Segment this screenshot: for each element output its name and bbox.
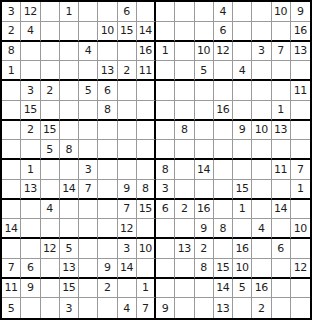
cell-r13c13[interactable]: 16: [233, 239, 252, 259]
cell-r10c11[interactable]: [195, 180, 214, 200]
cell-r9c12[interactable]: [214, 160, 233, 180]
given-digit: 14: [139, 25, 152, 36]
cell-r13c3[interactable]: 12: [41, 239, 60, 259]
cell-r3c2[interactable]: [21, 42, 40, 62]
cell-r6c15[interactable]: 1: [272, 101, 291, 121]
cell-r11c4[interactable]: [60, 200, 79, 220]
cell-r13c9[interactable]: [156, 239, 175, 259]
cell-r4c8[interactable]: 11: [137, 61, 156, 81]
cell-r10c13[interactable]: 15: [233, 180, 252, 200]
cell-r7c8[interactable]: [137, 121, 156, 141]
cell-r5c8[interactable]: [137, 81, 156, 101]
cell-r8c6[interactable]: [98, 140, 117, 160]
cell-r11c5[interactable]: [79, 200, 98, 220]
cell-r8c8[interactable]: [137, 140, 156, 160]
cell-r9c9[interactable]: 8: [156, 160, 175, 180]
cell-r14c7[interactable]: 14: [118, 259, 137, 279]
cell-r2c8[interactable]: 14: [137, 22, 156, 42]
cell-r3c6[interactable]: [98, 42, 117, 62]
given-digit: 16: [139, 45, 152, 56]
cell-r9c6[interactable]: [98, 160, 117, 180]
cell-r2c14[interactable]: [252, 22, 271, 42]
cell-r15c3[interactable]: [41, 279, 60, 299]
given-digit: 4: [27, 25, 34, 36]
cell-r5c11[interactable]: [195, 81, 214, 101]
cell-r10c10[interactable]: [175, 180, 194, 200]
cell-r3c10[interactable]: [175, 42, 194, 62]
cell-r5c12[interactable]: [214, 81, 233, 101]
cell-r2c11[interactable]: [195, 22, 214, 42]
cell-r11c2[interactable]: [21, 200, 40, 220]
cell-r12c6[interactable]: [98, 219, 117, 239]
cell-r14c12[interactable]: 15: [214, 259, 233, 279]
cell-r1c10[interactable]: [175, 2, 194, 22]
cell-r8c16[interactable]: [291, 140, 310, 160]
cell-r13c8[interactable]: 10: [137, 239, 156, 259]
cell-r9c16[interactable]: 7: [291, 160, 310, 180]
cell-r4c7[interactable]: 2: [118, 61, 137, 81]
cell-r6c7[interactable]: [118, 101, 137, 121]
cell-r1c4[interactable]: 1: [60, 2, 79, 22]
cell-r6c12[interactable]: 16: [214, 101, 233, 121]
cell-r14c8[interactable]: [137, 259, 156, 279]
cell-r16c4[interactable]: 3: [60, 298, 79, 318]
cell-r16c2[interactable]: [21, 298, 40, 318]
cell-r14c14[interactable]: [252, 259, 271, 279]
cell-r10c16[interactable]: 1: [291, 180, 310, 200]
cell-r3c5[interactable]: 4: [79, 42, 98, 62]
cell-r8c5[interactable]: [79, 140, 98, 160]
cell-r6c13[interactable]: [233, 101, 252, 121]
cell-r4c15[interactable]: [272, 61, 291, 81]
cell-r16c5[interactable]: [79, 298, 98, 318]
cell-r10c15[interactable]: [272, 180, 291, 200]
cell-r4c2[interactable]: [21, 61, 40, 81]
cell-r6c6[interactable]: 8: [98, 101, 117, 121]
cell-r16c15[interactable]: [272, 298, 291, 318]
cell-r7c7[interactable]: [118, 121, 137, 141]
given-digit: 9: [297, 6, 304, 17]
given-digit: 2: [258, 303, 265, 314]
cell-r16c14[interactable]: 2: [252, 298, 271, 318]
cell-r6c2[interactable]: 15: [21, 101, 40, 121]
cell-r6c8[interactable]: [137, 101, 156, 121]
cell-r10c7[interactable]: 9: [118, 180, 137, 200]
cell-r3c15[interactable]: 7: [272, 42, 291, 62]
cell-r3c8[interactable]: 16: [137, 42, 156, 62]
given-digit: 10: [294, 223, 307, 234]
cell-r11c1[interactable]: [2, 200, 21, 220]
cell-r2c6[interactable]: 10: [98, 22, 117, 42]
cell-r14c2[interactable]: 6: [21, 259, 40, 279]
cell-r9c5[interactable]: 3: [79, 160, 98, 180]
cell-r1c16[interactable]: 9: [291, 2, 310, 22]
cell-r11c15[interactable]: 14: [272, 200, 291, 220]
given-digit: 6: [123, 6, 130, 17]
cell-r8c14[interactable]: [252, 140, 271, 160]
given-digit: 2: [181, 203, 188, 214]
cell-r4c10[interactable]: [175, 61, 194, 81]
cell-r3c4[interactable]: [60, 42, 79, 62]
cell-r3c11[interactable]: 10: [195, 42, 214, 62]
cell-r13c1[interactable]: [2, 239, 21, 259]
given-digit: 6: [27, 262, 34, 273]
cell-r13c4[interactable]: 5: [60, 239, 79, 259]
cell-r7c16[interactable]: [291, 121, 310, 141]
cell-r9c13[interactable]: [233, 160, 252, 180]
cell-r14c16[interactable]: 12: [291, 259, 310, 279]
cell-r7c12[interactable]: [214, 121, 233, 141]
given-digit: 8: [220, 223, 227, 234]
cell-r9c10[interactable]: [175, 160, 194, 180]
cell-r5c15[interactable]: [272, 81, 291, 101]
cell-r3c16[interactable]: 13: [291, 42, 310, 62]
cell-r10c14[interactable]: [252, 180, 271, 200]
cell-r16c7[interactable]: 4: [118, 298, 137, 318]
cell-r15c8[interactable]: 1: [137, 279, 156, 299]
cell-r15c16[interactable]: [291, 279, 310, 299]
cell-r15c2[interactable]: 9: [21, 279, 40, 299]
given-digit: 15: [235, 183, 248, 194]
cell-r14c5[interactable]: [79, 259, 98, 279]
cell-r13c6[interactable]: [98, 239, 117, 259]
cell-r8c13[interactable]: [233, 140, 252, 160]
cell-r15c1[interactable]: 11: [2, 279, 21, 299]
cell-r7c14[interactable]: 10: [252, 121, 271, 141]
cell-r8c15[interactable]: [272, 140, 291, 160]
cell-r9c8[interactable]: [137, 160, 156, 180]
cell-r16c3[interactable]: [41, 298, 60, 318]
cell-r16c10[interactable]: [175, 298, 194, 318]
given-digit: 8: [8, 45, 15, 56]
cell-r14c11[interactable]: 8: [195, 259, 214, 279]
cell-r13c10[interactable]: 13: [175, 239, 194, 259]
given-digit: 13: [274, 124, 287, 135]
cell-r8c4[interactable]: 8: [60, 140, 79, 160]
cell-r9c14[interactable]: [252, 160, 271, 180]
cell-r4c14[interactable]: [252, 61, 271, 81]
cell-r6c14[interactable]: [252, 101, 271, 121]
cell-r9c7[interactable]: [118, 160, 137, 180]
given-digit: 16: [197, 203, 210, 214]
cell-r6c16[interactable]: [291, 101, 310, 121]
cell-r9c4[interactable]: [60, 160, 79, 180]
cell-r16c13[interactable]: [233, 298, 252, 318]
cell-r11c7[interactable]: 7: [118, 200, 137, 220]
cell-r15c11[interactable]: [195, 279, 214, 299]
given-digit: 5: [8, 303, 15, 314]
cell-r4c3[interactable]: [41, 61, 60, 81]
cell-r12c7[interactable]: 12: [118, 219, 137, 239]
cell-r2c16[interactable]: 16: [291, 22, 310, 42]
cell-r16c16[interactable]: [291, 298, 310, 318]
cell-r1c8[interactable]: [137, 2, 156, 22]
cell-r5c14[interactable]: [252, 81, 271, 101]
given-digit: 14: [62, 183, 75, 194]
cell-r2c12[interactable]: 6: [214, 22, 233, 42]
given-digit: 16: [255, 282, 268, 293]
cell-r16c6[interactable]: [98, 298, 117, 318]
cell-r3c12[interactable]: 12: [214, 42, 233, 62]
cell-r7c2[interactable]: 2: [21, 121, 40, 141]
cell-r16c8[interactable]: 7: [137, 298, 156, 318]
cell-r4c16[interactable]: [291, 61, 310, 81]
cell-r12c10[interactable]: [175, 219, 194, 239]
cell-r7c11[interactable]: [195, 121, 214, 141]
given-digit: 9: [123, 183, 130, 194]
cell-r2c7[interactable]: 15: [118, 22, 137, 42]
cell-r10c1[interactable]: [2, 180, 21, 200]
cell-r5c9[interactable]: [156, 81, 175, 101]
given-digit: 14: [4, 223, 17, 234]
cell-r3c9[interactable]: 1: [156, 42, 175, 62]
cell-r13c15[interactable]: 6: [272, 239, 291, 259]
cell-r12c9[interactable]: [156, 219, 175, 239]
cell-r1c15[interactable]: 10: [272, 2, 291, 22]
given-digit: 9: [27, 282, 34, 293]
cell-r8c7[interactable]: [118, 140, 137, 160]
given-digit: 2: [200, 243, 207, 254]
cell-r9c2[interactable]: 1: [21, 160, 40, 180]
cell-r9c15[interactable]: 11: [272, 160, 291, 180]
cell-r12c3[interactable]: [41, 219, 60, 239]
given-digit: 3: [85, 164, 92, 175]
cell-r11c16[interactable]: [291, 200, 310, 220]
cell-r8c1[interactable]: [2, 140, 21, 160]
cell-r10c5[interactable]: 7: [79, 180, 98, 200]
cell-r14c4[interactable]: 13: [60, 259, 79, 279]
cell-r14c10[interactable]: [175, 259, 194, 279]
cell-r8c9[interactable]: [156, 140, 175, 160]
cell-r13c12[interactable]: [214, 239, 233, 259]
cell-r8c11[interactable]: [195, 140, 214, 160]
cell-r7c3[interactable]: 15: [41, 121, 60, 141]
cell-r8c10[interactable]: [175, 140, 194, 160]
cell-r7c5[interactable]: [79, 121, 98, 141]
cell-r14c1[interactable]: 7: [2, 259, 21, 279]
cell-r2c4[interactable]: [60, 22, 79, 42]
given-digit: 5: [239, 282, 246, 293]
cell-r10c6[interactable]: [98, 180, 117, 200]
cell-r6c9[interactable]: [156, 101, 175, 121]
cell-r7c6[interactable]: [98, 121, 117, 141]
cell-r4c13[interactable]: 4: [233, 61, 252, 81]
cell-r1c13[interactable]: [233, 2, 252, 22]
cell-r9c11[interactable]: 14: [195, 160, 214, 180]
cell-r4c4[interactable]: [60, 61, 79, 81]
cell-r5c7[interactable]: [118, 81, 137, 101]
cell-r11c3[interactable]: 4: [41, 200, 60, 220]
cell-r13c14[interactable]: [252, 239, 271, 259]
cell-r1c2[interactable]: 12: [21, 2, 40, 22]
cell-r7c13[interactable]: 9: [233, 121, 252, 141]
given-digit: 2: [8, 25, 15, 36]
cell-r15c7[interactable]: [118, 279, 137, 299]
cell-r3c7[interactable]: [118, 42, 137, 62]
cell-r2c13[interactable]: [233, 22, 252, 42]
cell-r15c4[interactable]: 15: [60, 279, 79, 299]
cell-r1c7[interactable]: 6: [118, 2, 137, 22]
cell-r6c11[interactable]: [195, 101, 214, 121]
given-digit: 5: [66, 243, 73, 254]
cell-r12c13[interactable]: [233, 219, 252, 239]
cell-r13c2[interactable]: [21, 239, 40, 259]
cell-r8c2[interactable]: [21, 140, 40, 160]
cell-r13c16[interactable]: [291, 239, 310, 259]
cell-r6c5[interactable]: [79, 101, 98, 121]
given-digit: 10: [101, 25, 114, 36]
cell-r3c3[interactable]: [41, 42, 60, 62]
given-digit: 11: [139, 65, 152, 76]
cell-r15c12[interactable]: 14: [214, 279, 233, 299]
cell-r15c6[interactable]: 2: [98, 279, 117, 299]
cell-r1c3[interactable]: [41, 2, 60, 22]
given-digit: 4: [239, 65, 246, 76]
cell-r15c9[interactable]: [156, 279, 175, 299]
cell-r14c15[interactable]: [272, 259, 291, 279]
cell-r5c6[interactable]: 6: [98, 81, 117, 101]
given-digit: 2: [46, 85, 53, 96]
cell-r3c14[interactable]: 3: [252, 42, 271, 62]
cell-r11c9[interactable]: 6: [156, 200, 175, 220]
cell-r16c1[interactable]: 5: [2, 298, 21, 318]
cell-r4c1[interactable]: 1: [2, 61, 21, 81]
cell-r6c4[interactable]: [60, 101, 79, 121]
cell-r11c13[interactable]: 1: [233, 200, 252, 220]
given-digit: 9: [239, 124, 246, 135]
cell-r13c11[interactable]: 2: [195, 239, 214, 259]
cell-r4c12[interactable]: [214, 61, 233, 81]
cell-r7c10[interactable]: 8: [175, 121, 194, 141]
given-digit: 16: [235, 243, 248, 254]
cell-r2c10[interactable]: [175, 22, 194, 42]
cell-r9c1[interactable]: [2, 160, 21, 180]
given-digit: 7: [297, 164, 304, 175]
cell-r1c5[interactable]: [79, 2, 98, 22]
cell-r3c13[interactable]: [233, 42, 252, 62]
cell-r15c15[interactable]: [272, 279, 291, 299]
cell-r12c2[interactable]: [21, 219, 40, 239]
cell-r13c7[interactable]: 3: [118, 239, 137, 259]
cell-r5c4[interactable]: [60, 81, 79, 101]
cell-r15c14[interactable]: 16: [252, 279, 271, 299]
given-digit: 7: [123, 203, 130, 214]
cell-r9c3[interactable]: [41, 160, 60, 180]
cell-r5c2[interactable]: 3: [21, 81, 40, 101]
cell-r13c5[interactable]: [79, 239, 98, 259]
cell-r11c14[interactable]: [252, 200, 271, 220]
cell-r7c4[interactable]: [60, 121, 79, 141]
cell-r16c9[interactable]: 9: [156, 298, 175, 318]
cell-r12c8[interactable]: [137, 219, 156, 239]
cell-r16c12[interactable]: 13: [214, 298, 233, 318]
cell-r5c10[interactable]: [175, 81, 194, 101]
cell-r10c8[interactable]: 8: [137, 180, 156, 200]
cell-r10c2[interactable]: 13: [21, 180, 40, 200]
cell-r4c6[interactable]: 13: [98, 61, 117, 81]
cell-r11c11[interactable]: 16: [195, 200, 214, 220]
given-digit: 5: [200, 65, 207, 76]
given-digit: 1: [239, 203, 246, 214]
cell-r6c10[interactable]: [175, 101, 194, 121]
cell-r5c1[interactable]: [2, 81, 21, 101]
cell-r11c6[interactable]: [98, 200, 117, 220]
cell-r2c9[interactable]: [156, 22, 175, 42]
cell-r1c12[interactable]: 4: [214, 2, 233, 22]
given-digit: 10: [274, 6, 287, 17]
cell-r4c5[interactable]: [79, 61, 98, 81]
cell-r12c4[interactable]: [60, 219, 79, 239]
cell-r2c5[interactable]: [79, 22, 98, 42]
cell-r2c2[interactable]: 4: [21, 22, 40, 42]
cell-r11c8[interactable]: 15: [137, 200, 156, 220]
cell-r2c3[interactable]: [41, 22, 60, 42]
cell-r8c12[interactable]: [214, 140, 233, 160]
cell-r5c16[interactable]: 11: [291, 81, 310, 101]
cell-r14c3[interactable]: [41, 259, 60, 279]
cell-r11c12[interactable]: [214, 200, 233, 220]
cell-r10c4[interactable]: 14: [60, 180, 79, 200]
cell-r1c6[interactable]: [98, 2, 117, 22]
cell-r15c13[interactable]: 5: [233, 279, 252, 299]
given-digit: 1: [162, 45, 169, 56]
given-digit: 12: [294, 262, 307, 273]
cell-r8c3[interactable]: 5: [41, 140, 60, 160]
cell-r10c12[interactable]: [214, 180, 233, 200]
given-digit: 4: [46, 203, 53, 214]
cell-r12c5[interactable]: [79, 219, 98, 239]
cell-r10c3[interactable]: [41, 180, 60, 200]
cell-r7c15[interactable]: 13: [272, 121, 291, 141]
cell-r10c9[interactable]: 3: [156, 180, 175, 200]
cell-r2c1[interactable]: 2: [2, 22, 21, 42]
cell-r1c9[interactable]: [156, 2, 175, 22]
given-digit: 14: [120, 262, 133, 273]
cell-r12c12[interactable]: 8: [214, 219, 233, 239]
cell-r7c1[interactable]: [2, 121, 21, 141]
cell-r14c9[interactable]: [156, 259, 175, 279]
cell-r7c9[interactable]: [156, 121, 175, 141]
cell-r5c3[interactable]: 2: [41, 81, 60, 101]
given-digit: 2: [123, 65, 130, 76]
cell-r3c1[interactable]: 8: [2, 42, 21, 62]
cell-r2c15[interactable]: [272, 22, 291, 42]
cell-r15c5[interactable]: [79, 279, 98, 299]
cell-r1c1[interactable]: 3: [2, 2, 21, 22]
given-digit: 6: [104, 85, 111, 96]
cell-r1c11[interactable]: [195, 2, 214, 22]
cell-r12c1[interactable]: 14: [2, 219, 21, 239]
cell-r4c11[interactable]: 5: [195, 61, 214, 81]
cell-r5c13[interactable]: [233, 81, 252, 101]
cell-r15c10[interactable]: [175, 279, 194, 299]
cell-r12c16[interactable]: 10: [291, 219, 310, 239]
cell-r12c15[interactable]: [272, 219, 291, 239]
cell-r6c3[interactable]: [41, 101, 60, 121]
cell-r4c9[interactable]: [156, 61, 175, 81]
cell-r14c13[interactable]: 10: [233, 259, 252, 279]
cell-r5c5[interactable]: 5: [79, 81, 98, 101]
cell-r11c10[interactable]: 2: [175, 200, 194, 220]
cell-r12c14[interactable]: 4: [252, 219, 271, 239]
given-digit: 12: [216, 45, 229, 56]
given-digit: 3: [123, 243, 130, 254]
cell-r1c14[interactable]: [252, 2, 271, 22]
cell-r16c11[interactable]: [195, 298, 214, 318]
cell-r6c1[interactable]: [2, 101, 21, 121]
cell-r14c6[interactable]: 9: [98, 259, 117, 279]
cell-r12c11[interactable]: 9: [195, 219, 214, 239]
